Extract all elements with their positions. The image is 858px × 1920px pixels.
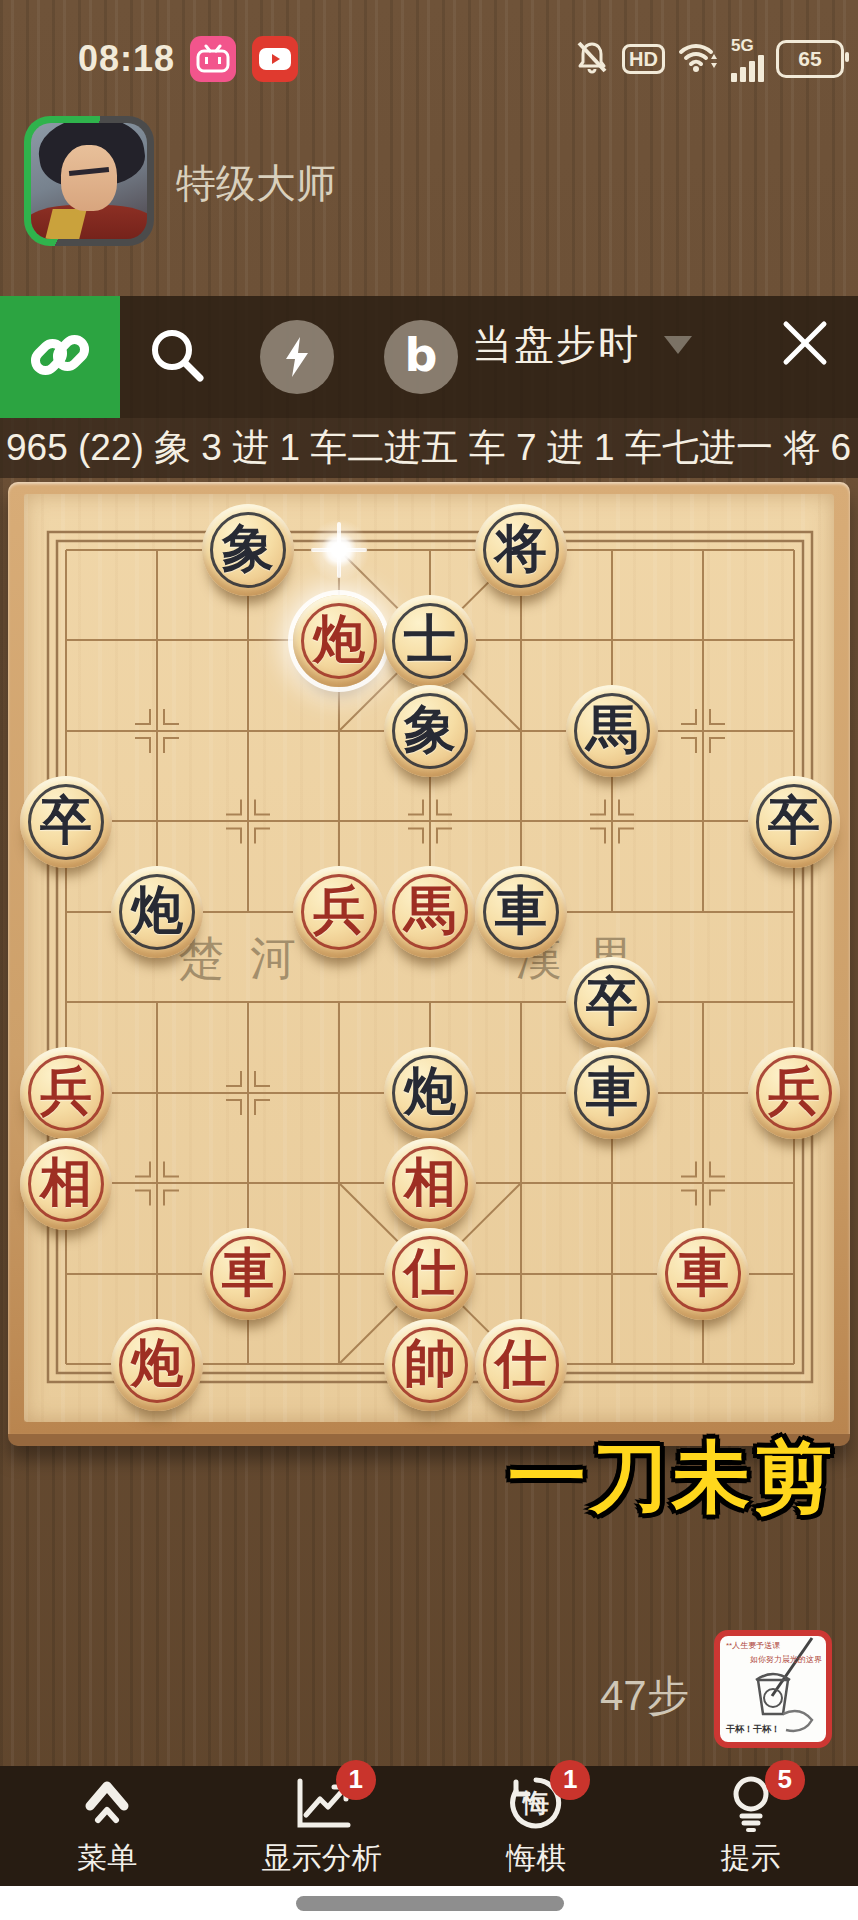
piece-red-兵[interactable]: 兵 [748,1047,840,1139]
river-label-left: 楚河 [178,933,322,984]
chain-link-icon [24,319,96,395]
watermark-text: 一刀未剪 [508,1426,836,1531]
undo-icon: 悔 1 [504,1774,568,1832]
status-bar: 08:18 HD 5G 65 [0,30,858,86]
svg-text:**人生要予送课: **人生要予送课 [726,1641,780,1650]
drink-cup-doodle: **人生要予送课 如你努力晨光的这界 干杯！干杯！ [720,1636,826,1742]
piece-red-帥[interactable]: 帥 [384,1319,476,1411]
move-count-label: 47步 [600,1668,689,1724]
search-icon [146,324,208,390]
search-button[interactable] [140,296,214,418]
timing-dropdown[interactable]: 当盘步时 [472,296,640,392]
wifi-icon [677,39,719,79]
video-app-icon [252,36,298,82]
piece-black-象[interactable]: 象 [384,685,476,777]
lightning-icon [260,320,334,394]
piece-black-士[interactable]: 士 [384,595,476,687]
hint-badge: 5 [765,1760,805,1800]
piece-black-将[interactable]: 将 [475,504,567,596]
signal-bars-icon: 5G [731,37,764,82]
link-button[interactable] [0,296,120,418]
svg-text:如你努力晨光的这界: 如你努力晨光的这界 [750,1655,822,1664]
nav-menu-label: 菜单 [77,1838,137,1879]
piece-black-車[interactable]: 車 [566,1047,658,1139]
nav-analysis-label: 显示分析 [262,1838,382,1879]
piece-black-車[interactable]: 車 [475,866,567,958]
piece-black-炮[interactable]: 炮 [111,866,203,958]
svg-text:悔: 悔 [522,1788,549,1818]
piece-red-馬[interactable]: 馬 [384,866,476,958]
svg-text:干杯！干杯！: 干杯！干杯！ [725,1724,780,1734]
move-list-text: 965 (22) 象 3 进 1 车二进五 车 7 进 1 车七进一 将 6 平… [6,423,858,473]
nav-undo-label: 悔棋 [506,1838,566,1879]
nav-hint-button[interactable]: 5 提示 [644,1774,858,1879]
battery-percent: 65 [798,47,821,71]
xiangqi-board: 楚河 漢界 象将炮士象馬卒卒炮兵馬車卒兵炮車兵相相車仕車炮帥仕 [8,482,850,1446]
piece-black-卒[interactable]: 卒 [20,776,112,868]
bell-muted-icon [574,39,610,79]
sticker-thumbnail[interactable]: **人生要予送课 如你努力晨光的这界 干杯！干杯！ [714,1630,832,1748]
piece-red-相[interactable]: 相 [20,1138,112,1230]
nav-analysis-button[interactable]: 1 显示分析 [215,1774,430,1879]
menu-up-icon [75,1774,139,1832]
piece-red-相[interactable]: 相 [384,1138,476,1230]
piece-black-象[interactable]: 象 [202,504,294,596]
piece-red-車[interactable]: 車 [202,1228,294,1320]
gesture-bar-area [0,1886,858,1920]
b-glyph: b [405,328,438,382]
nav-undo-button[interactable]: 悔 1 悔棋 [429,1774,644,1879]
engine-button[interactable] [258,296,336,418]
piece-black-馬[interactable]: 馬 [566,685,658,777]
player-avatar[interactable] [24,116,154,246]
chevron-down-icon [664,336,692,354]
piece-red-兵[interactable]: 兵 [293,866,385,958]
battery-indicator: 65 [776,40,844,78]
network-type: 5G [731,37,754,54]
last-move-origin-marker [307,518,371,582]
hd-badge: HD [622,44,665,74]
analysis-badge: 1 [336,1760,376,1800]
nav-hint-label: 提示 [721,1838,781,1879]
piece-red-兵[interactable]: 兵 [20,1047,112,1139]
b-button[interactable]: b [382,296,460,418]
hint-bulb-icon: 5 [719,1774,783,1832]
piece-red-炮[interactable]: 炮 [111,1319,203,1411]
analysis-chart-icon: 1 [290,1774,354,1832]
bilibili-app-icon [190,36,236,82]
piece-black-卒[interactable]: 卒 [566,957,658,1049]
bottom-nav: 菜单 1 显示分析 悔 1 悔棋 5 提示 [0,1766,858,1886]
overlay-toolbar: b 当盘步时 [0,296,858,418]
status-icons: HD 5G 65 [574,36,844,82]
avatar-portrait [31,123,147,239]
clock-time: 08:18 [78,38,175,80]
piece-red-仕[interactable]: 仕 [475,1319,567,1411]
home-indicator[interactable] [296,1896,564,1911]
piece-black-卒[interactable]: 卒 [748,776,840,868]
piece-red-仕[interactable]: 仕 [384,1228,476,1320]
player-rank-label: 特级大师 [176,156,336,211]
move-list-bar[interactable]: 965 (22) 象 3 进 1 车二进五 车 7 进 1 车七进一 将 6 平… [0,418,858,478]
undo-badge: 1 [550,1760,590,1800]
nav-menu-button[interactable]: 菜单 [0,1774,215,1879]
piece-black-炮[interactable]: 炮 [384,1047,476,1139]
close-icon [778,316,832,374]
close-button[interactable] [770,310,840,380]
app-screen: 08:18 HD 5G 65 特级大师 [0,0,858,1920]
piece-red-車[interactable]: 車 [657,1228,749,1320]
piece-red-炮[interactable]: 炮 [293,595,385,687]
